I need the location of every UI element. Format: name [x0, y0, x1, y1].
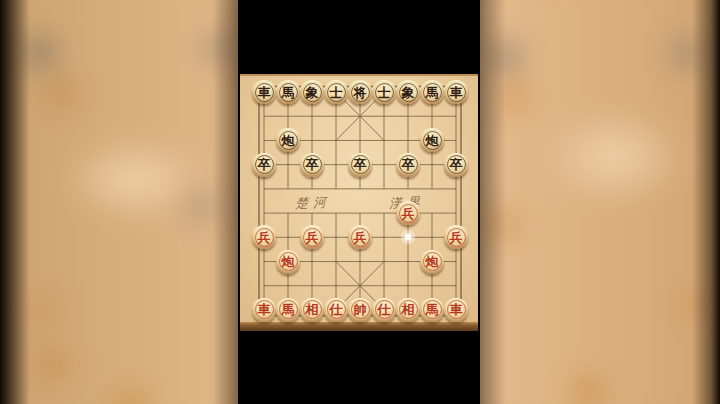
piece-black-elephant[interactable]: 象: [396, 80, 420, 104]
piece-red-soldier[interactable]: 兵: [396, 201, 420, 225]
blurred-background-right: [480, 0, 720, 404]
piece-red-chariot[interactable]: 車: [444, 298, 468, 322]
piece-red-cannon[interactable]: 炮: [420, 250, 444, 274]
piece-black-soldier[interactable]: 卒: [444, 153, 468, 177]
piece-red-chariot[interactable]: 車: [252, 298, 276, 322]
piece-black-soldier[interactable]: 卒: [396, 153, 420, 177]
river-label-left: 楚河: [295, 193, 332, 212]
piece-red-general[interactable]: 帥: [348, 298, 372, 322]
xiangqi-board[interactable]: 楚河 漢界 車馬象士将士象馬車炮炮卒卒卒卒卒兵兵兵兵兵炮炮車馬相仕帥仕相馬車: [240, 74, 478, 331]
piece-black-elephant[interactable]: 象: [300, 80, 324, 104]
board-grid: [240, 76, 478, 324]
piece-black-soldier[interactable]: 卒: [348, 153, 372, 177]
piece-black-chariot[interactable]: 車: [444, 80, 468, 104]
piece-black-horse[interactable]: 馬: [420, 80, 444, 104]
piece-red-elephant[interactable]: 相: [396, 298, 420, 322]
piece-black-soldier[interactable]: 卒: [252, 153, 276, 177]
piece-red-elephant[interactable]: 相: [300, 298, 324, 322]
piece-black-soldier[interactable]: 卒: [300, 153, 324, 177]
piece-black-advisor[interactable]: 士: [324, 80, 348, 104]
blurred-background-left: [0, 0, 240, 404]
piece-black-advisor[interactable]: 士: [372, 80, 396, 104]
piece-black-general[interactable]: 将: [348, 80, 372, 104]
piece-black-chariot[interactable]: 車: [252, 80, 276, 104]
blurred-board-image-right: [480, 0, 720, 404]
piece-red-horse[interactable]: 馬: [420, 298, 444, 322]
piece-red-advisor[interactable]: 仕: [324, 298, 348, 322]
piece-red-horse[interactable]: 馬: [276, 298, 300, 322]
piece-red-advisor[interactable]: 仕: [372, 298, 396, 322]
piece-black-horse[interactable]: 馬: [276, 80, 300, 104]
phone-screen: 楚河 漢界 車馬象士将士象馬車炮炮卒卒卒卒卒兵兵兵兵兵炮炮車馬相仕帥仕相馬車: [238, 0, 480, 404]
piece-red-cannon[interactable]: 炮: [276, 250, 300, 274]
blurred-board-image-left: [0, 0, 240, 404]
